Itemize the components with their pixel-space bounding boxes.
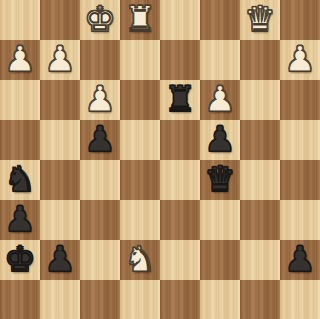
square-d5[interactable] — [120, 120, 160, 160]
piece-white-rook[interactable]: ♜ — [124, 2, 155, 37]
square-g7[interactable] — [240, 40, 280, 80]
square-g5[interactable] — [240, 120, 280, 160]
square-c8[interactable]: ♚ — [80, 0, 120, 40]
square-e2[interactable] — [160, 240, 200, 280]
square-e6[interactable]: ♜ — [160, 80, 200, 120]
square-b4[interactable] — [40, 160, 80, 200]
square-e8[interactable] — [160, 0, 200, 40]
piece-black-pawn[interactable]: ♟ — [284, 242, 315, 277]
piece-black-pawn[interactable]: ♟ — [84, 122, 115, 157]
square-h6[interactable] — [280, 80, 320, 120]
piece-black-rook[interactable]: ♜ — [164, 82, 195, 117]
square-d6[interactable] — [120, 80, 160, 120]
square-b2[interactable]: ♟ — [40, 240, 80, 280]
piece-white-pawn[interactable]: ♟ — [284, 42, 315, 77]
square-d8[interactable]: ♜ — [120, 0, 160, 40]
square-f4[interactable]: ♛ — [200, 160, 240, 200]
square-b7[interactable]: ♟ — [40, 40, 80, 80]
square-c3[interactable] — [80, 200, 120, 240]
piece-white-pawn[interactable]: ♟ — [204, 82, 235, 117]
piece-white-knight[interactable]: ♞ — [124, 242, 155, 277]
square-a8[interactable] — [0, 0, 40, 40]
square-d7[interactable] — [120, 40, 160, 80]
square-e5[interactable] — [160, 120, 200, 160]
square-b1[interactable] — [40, 280, 80, 319]
chess-board-wrapper: ♚♜♛♟♟♟♟♜♟♟♟♞♛♟♚♟♞♟ — [0, 0, 320, 319]
square-f6[interactable]: ♟ — [200, 80, 240, 120]
square-d3[interactable] — [120, 200, 160, 240]
piece-black-pawn[interactable]: ♟ — [204, 122, 235, 157]
square-a6[interactable] — [0, 80, 40, 120]
square-f3[interactable] — [200, 200, 240, 240]
square-g3[interactable] — [240, 200, 280, 240]
piece-white-pawn[interactable]: ♟ — [44, 42, 75, 77]
square-e1[interactable] — [160, 280, 200, 319]
square-e7[interactable] — [160, 40, 200, 80]
square-g2[interactable] — [240, 240, 280, 280]
piece-black-pawn[interactable]: ♟ — [44, 242, 75, 277]
square-b5[interactable] — [40, 120, 80, 160]
square-b8[interactable] — [40, 0, 80, 40]
square-f5[interactable]: ♟ — [200, 120, 240, 160]
square-d1[interactable] — [120, 280, 160, 319]
piece-black-pawn[interactable]: ♟ — [4, 202, 35, 237]
square-h7[interactable]: ♟ — [280, 40, 320, 80]
square-c7[interactable] — [80, 40, 120, 80]
square-h3[interactable] — [280, 200, 320, 240]
square-a5[interactable] — [0, 120, 40, 160]
square-d4[interactable] — [120, 160, 160, 200]
square-a4[interactable]: ♞ — [0, 160, 40, 200]
piece-white-queen[interactable]: ♛ — [244, 2, 275, 37]
piece-black-king[interactable]: ♚ — [4, 242, 35, 277]
piece-black-knight[interactable]: ♞ — [4, 162, 35, 197]
square-h2[interactable]: ♟ — [280, 240, 320, 280]
square-g1[interactable] — [240, 280, 280, 319]
square-f7[interactable] — [200, 40, 240, 80]
square-c4[interactable] — [80, 160, 120, 200]
piece-white-pawn[interactable]: ♟ — [84, 82, 115, 117]
square-e4[interactable] — [160, 160, 200, 200]
square-f8[interactable] — [200, 0, 240, 40]
square-c6[interactable]: ♟ — [80, 80, 120, 120]
square-a3[interactable]: ♟ — [0, 200, 40, 240]
square-g8[interactable]: ♛ — [240, 0, 280, 40]
square-f1[interactable] — [200, 280, 240, 319]
square-g4[interactable] — [240, 160, 280, 200]
piece-white-pawn[interactable]: ♟ — [4, 42, 35, 77]
square-e3[interactable] — [160, 200, 200, 240]
square-h1[interactable] — [280, 280, 320, 319]
square-a1[interactable] — [0, 280, 40, 319]
square-f2[interactable] — [200, 240, 240, 280]
square-a7[interactable]: ♟ — [0, 40, 40, 80]
square-c1[interactable] — [80, 280, 120, 319]
square-c5[interactable]: ♟ — [80, 120, 120, 160]
square-d2[interactable]: ♞ — [120, 240, 160, 280]
square-b6[interactable] — [40, 80, 80, 120]
square-c2[interactable] — [80, 240, 120, 280]
square-a2[interactable]: ♚ — [0, 240, 40, 280]
square-b3[interactable] — [40, 200, 80, 240]
square-h8[interactable] — [280, 0, 320, 40]
square-g6[interactable] — [240, 80, 280, 120]
piece-white-king[interactable]: ♚ — [84, 2, 115, 37]
chess-board: ♚♜♛♟♟♟♟♜♟♟♟♞♛♟♚♟♞♟ — [0, 0, 320, 319]
square-h5[interactable] — [280, 120, 320, 160]
square-h4[interactable] — [280, 160, 320, 200]
piece-black-queen[interactable]: ♛ — [204, 162, 235, 197]
